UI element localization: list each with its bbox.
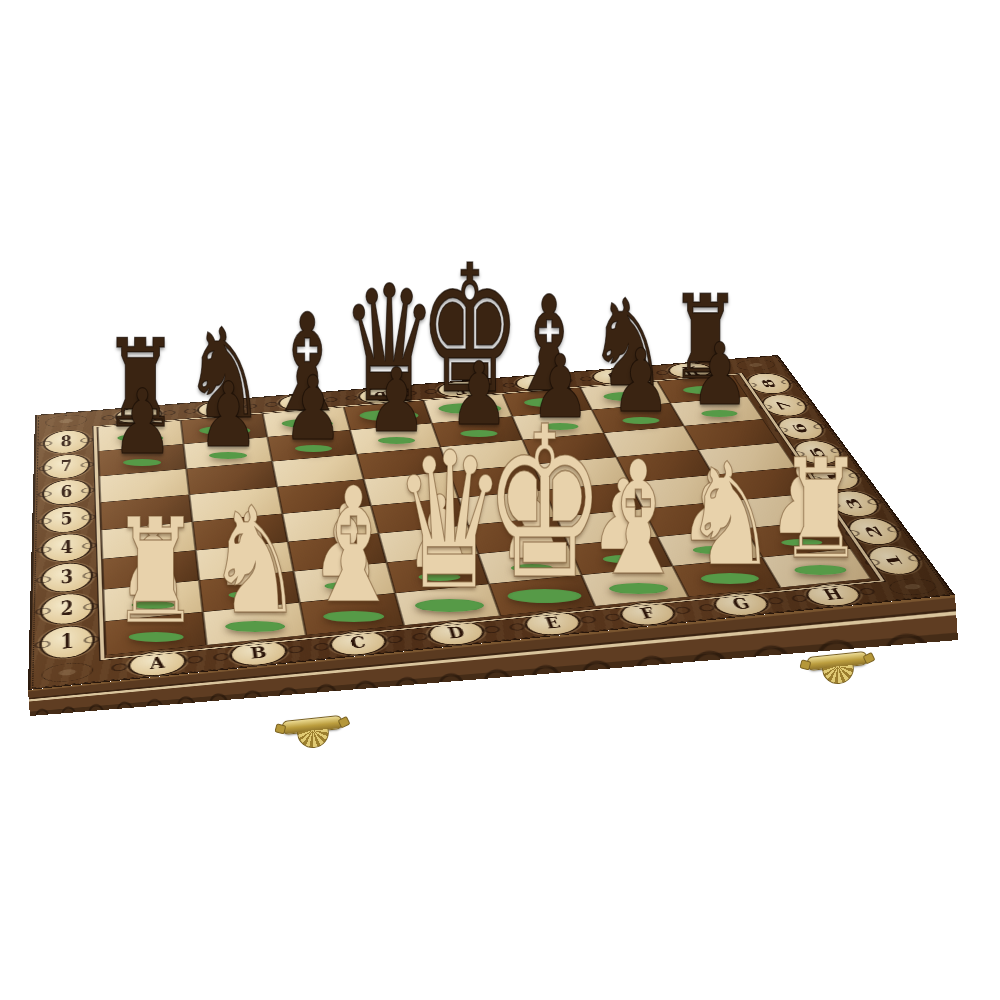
- rank-number: 3: [842, 497, 866, 510]
- label-medallion: 6: [44, 478, 89, 506]
- label-medallion: 4: [43, 533, 90, 563]
- file-letter: E: [543, 615, 563, 631]
- chess-set-photo: ABCDEFGH8877665544332211ABCDEFGH ♜♞♝♛♚♝♞…: [0, 0, 1000, 1000]
- label-medallion: 3: [824, 490, 883, 518]
- label-medallion: C: [330, 629, 387, 656]
- label-medallion: 2: [42, 592, 92, 626]
- file-letter: A: [149, 655, 165, 672]
- label-medallion: D: [427, 620, 485, 647]
- rank-number: 5: [61, 510, 73, 528]
- rank-number: 5: [806, 446, 828, 458]
- label-medallion: E: [524, 610, 583, 637]
- rank-number: 1: [881, 553, 906, 567]
- file-letter: H: [821, 587, 846, 603]
- file-letter: G: [730, 596, 753, 612]
- file-letter: H: [680, 364, 701, 377]
- label-medallion: 3: [43, 562, 92, 594]
- rank-number: 2: [861, 525, 886, 538]
- rank-number: 8: [759, 378, 780, 388]
- label-medallion: 6: [774, 416, 828, 441]
- label-medallion: A: [130, 649, 185, 677]
- rank-number: 6: [790, 423, 812, 434]
- label-medallion: 4: [807, 464, 865, 491]
- label-medallion: F: [618, 601, 678, 627]
- clasp-fan: [822, 664, 856, 685]
- rank-number: 4: [824, 471, 847, 483]
- label-medallion: G: [711, 591, 771, 617]
- file-letter: E: [452, 383, 468, 396]
- file-letter: F: [530, 376, 546, 389]
- rank-number: 4: [61, 538, 73, 557]
- clasp-fan: [297, 728, 331, 749]
- rank-number: 8: [61, 434, 72, 449]
- label-medallion: 1: [42, 624, 93, 660]
- label-medallion: 5: [44, 505, 90, 534]
- label-medallion: 2: [843, 517, 904, 547]
- file-letter: B: [213, 402, 228, 416]
- file-letter: A: [132, 408, 145, 422]
- file-letter: G: [605, 370, 624, 383]
- rank-number: 7: [61, 458, 72, 474]
- brass-clasp-icon: [282, 715, 345, 751]
- rank-number: 2: [61, 599, 74, 620]
- brass-clasp-icon: [807, 651, 870, 687]
- label-medallion: B: [231, 639, 287, 667]
- rank-number: 3: [61, 568, 74, 588]
- label-medallion: 8: [45, 429, 88, 454]
- rank-number: 7: [774, 400, 795, 411]
- rank-number: 1: [61, 631, 74, 653]
- file-letter: C: [294, 395, 309, 409]
- label-medallion: 5: [790, 440, 846, 466]
- label-medallion: 8: [743, 372, 795, 394]
- file-letter: D: [373, 389, 390, 402]
- file-letter: B: [249, 644, 267, 661]
- label-medallion: 1: [863, 545, 926, 576]
- label-medallion: H: [803, 582, 864, 607]
- file-letter: C: [349, 635, 367, 652]
- file-letter: D: [446, 625, 467, 642]
- rank-number: 6: [61, 484, 73, 501]
- label-medallion: 7: [44, 453, 88, 479]
- file-letter: F: [638, 606, 658, 622]
- label-medallion: 7: [758, 394, 811, 417]
